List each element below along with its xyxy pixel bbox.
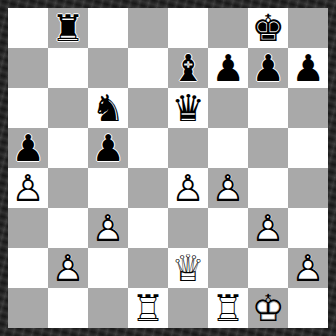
- black-queen[interactable]: ♛: [168, 88, 208, 128]
- square-a8[interactable]: [8, 8, 48, 48]
- black-pawn[interactable]: ♟: [88, 128, 128, 168]
- square-f4[interactable]: ♟♙: [208, 168, 248, 208]
- white-pawn[interactable]: ♟♙: [248, 208, 288, 248]
- piece-outline-glyph: ♕: [168, 248, 208, 288]
- square-b2[interactable]: ♟♙: [48, 248, 88, 288]
- square-d1[interactable]: ♜♖: [128, 288, 168, 328]
- white-pawn[interactable]: ♟♙: [48, 248, 88, 288]
- square-f8[interactable]: [208, 8, 248, 48]
- square-d5[interactable]: [128, 128, 168, 168]
- square-g8[interactable]: ♚: [248, 8, 288, 48]
- square-b6[interactable]: [48, 88, 88, 128]
- square-c7[interactable]: [88, 48, 128, 88]
- piece-outline-glyph: ♙: [248, 208, 288, 248]
- square-g7[interactable]: ♟: [248, 48, 288, 88]
- square-d7[interactable]: [128, 48, 168, 88]
- black-pawn[interactable]: ♟: [248, 48, 288, 88]
- board-frame: ♜♚♝♟♟♟♞♛♟♟♟♙♟♙♟♙♟♙♟♙♟♙♛♕♟♙♜♖♜♖♚♔: [0, 0, 336, 336]
- square-d4[interactable]: [128, 168, 168, 208]
- square-h1[interactable]: [288, 288, 328, 328]
- piece-glyph: ♜: [48, 8, 88, 48]
- square-c6[interactable]: ♞: [88, 88, 128, 128]
- piece-glyph: ♛: [168, 88, 208, 128]
- square-h4[interactable]: [288, 168, 328, 208]
- piece-glyph: ♟: [208, 48, 248, 88]
- square-g3[interactable]: ♟♙: [248, 208, 288, 248]
- piece-glyph: ♚: [248, 8, 288, 48]
- square-b1[interactable]: [48, 288, 88, 328]
- square-a4[interactable]: ♟♙: [8, 168, 48, 208]
- piece-outline-glyph: ♙: [208, 168, 248, 208]
- square-c3[interactable]: ♟♙: [88, 208, 128, 248]
- square-g6[interactable]: [248, 88, 288, 128]
- square-b4[interactable]: [48, 168, 88, 208]
- piece-glyph: ♟: [288, 48, 328, 88]
- piece-glyph: ♟: [88, 128, 128, 168]
- square-h7[interactable]: ♟: [288, 48, 328, 88]
- piece-outline-glyph: ♙: [48, 248, 88, 288]
- piece-outline-glyph: ♖: [208, 288, 248, 328]
- square-f5[interactable]: [208, 128, 248, 168]
- square-e4[interactable]: ♟♙: [168, 168, 208, 208]
- square-c8[interactable]: [88, 8, 128, 48]
- square-d6[interactable]: [128, 88, 168, 128]
- white-rook[interactable]: ♜♖: [208, 288, 248, 328]
- square-e5[interactable]: [168, 128, 208, 168]
- square-f2[interactable]: [208, 248, 248, 288]
- piece-glyph: ♝: [168, 48, 208, 88]
- square-h8[interactable]: [288, 8, 328, 48]
- square-g1[interactable]: ♚♔: [248, 288, 288, 328]
- square-h3[interactable]: [288, 208, 328, 248]
- white-rook[interactable]: ♜♖: [128, 288, 168, 328]
- black-knight[interactable]: ♞: [88, 88, 128, 128]
- square-a7[interactable]: [8, 48, 48, 88]
- square-b3[interactable]: [48, 208, 88, 248]
- square-g5[interactable]: [248, 128, 288, 168]
- square-d8[interactable]: [128, 8, 168, 48]
- square-c1[interactable]: [88, 288, 128, 328]
- square-f6[interactable]: [208, 88, 248, 128]
- square-d2[interactable]: [128, 248, 168, 288]
- black-pawn[interactable]: ♟: [8, 128, 48, 168]
- square-e2[interactable]: ♛♕: [168, 248, 208, 288]
- piece-outline-glyph: ♙: [168, 168, 208, 208]
- piece-glyph: ♟: [248, 48, 288, 88]
- square-c4[interactable]: [88, 168, 128, 208]
- chess-board: ♜♚♝♟♟♟♞♛♟♟♟♙♟♙♟♙♟♙♟♙♟♙♛♕♟♙♜♖♜♖♚♔: [8, 8, 328, 328]
- square-a6[interactable]: [8, 88, 48, 128]
- square-e3[interactable]: [168, 208, 208, 248]
- square-h5[interactable]: [288, 128, 328, 168]
- black-bishop[interactable]: ♝: [168, 48, 208, 88]
- square-h2[interactable]: ♟♙: [288, 248, 328, 288]
- square-a3[interactable]: [8, 208, 48, 248]
- black-pawn[interactable]: ♟: [208, 48, 248, 88]
- square-a1[interactable]: [8, 288, 48, 328]
- white-pawn[interactable]: ♟♙: [8, 168, 48, 208]
- square-a5[interactable]: ♟: [8, 128, 48, 168]
- white-pawn[interactable]: ♟♙: [168, 168, 208, 208]
- white-king[interactable]: ♚♔: [248, 288, 288, 328]
- square-e7[interactable]: ♝: [168, 48, 208, 88]
- black-rook[interactable]: ♜: [48, 8, 88, 48]
- square-g4[interactable]: [248, 168, 288, 208]
- square-c2[interactable]: [88, 248, 128, 288]
- square-g2[interactable]: [248, 248, 288, 288]
- square-f7[interactable]: ♟: [208, 48, 248, 88]
- piece-outline-glyph: ♔: [248, 288, 288, 328]
- square-c5[interactable]: ♟: [88, 128, 128, 168]
- white-queen[interactable]: ♛♕: [168, 248, 208, 288]
- square-b5[interactable]: [48, 128, 88, 168]
- white-pawn[interactable]: ♟♙: [208, 168, 248, 208]
- piece-outline-glyph: ♙: [8, 168, 48, 208]
- square-b8[interactable]: ♜: [48, 8, 88, 48]
- square-b7[interactable]: [48, 48, 88, 88]
- square-e1[interactable]: [168, 288, 208, 328]
- white-pawn[interactable]: ♟♙: [88, 208, 128, 248]
- black-king[interactable]: ♚: [248, 8, 288, 48]
- square-e6[interactable]: ♛: [168, 88, 208, 128]
- square-h6[interactable]: [288, 88, 328, 128]
- square-f3[interactable]: [208, 208, 248, 248]
- piece-outline-glyph: ♙: [288, 248, 328, 288]
- square-e8[interactable]: [168, 8, 208, 48]
- piece-glyph: ♞: [88, 88, 128, 128]
- piece-outline-glyph: ♖: [128, 288, 168, 328]
- piece-outline-glyph: ♙: [88, 208, 128, 248]
- square-d3[interactable]: [128, 208, 168, 248]
- square-a2[interactable]: [8, 248, 48, 288]
- piece-glyph: ♟: [8, 128, 48, 168]
- white-pawn[interactable]: ♟♙: [288, 248, 328, 288]
- square-f1[interactable]: ♜♖: [208, 288, 248, 328]
- black-pawn[interactable]: ♟: [288, 48, 328, 88]
